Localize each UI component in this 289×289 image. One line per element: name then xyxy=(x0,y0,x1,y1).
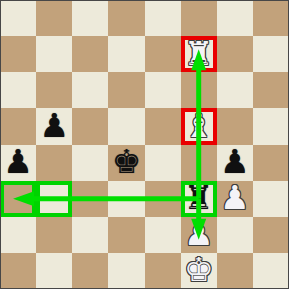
square-c1[interactable] xyxy=(72,253,108,289)
piece-white-rook-f7[interactable]: ♜ xyxy=(181,35,217,71)
square-g8[interactable] xyxy=(217,0,253,36)
square-h1[interactable] xyxy=(253,253,289,289)
square-b1[interactable] xyxy=(36,253,72,289)
piece-white-king-f1[interactable]: ♚ xyxy=(181,252,217,288)
piece-black-king-d4[interactable]: ♚ xyxy=(108,144,144,180)
square-e3[interactable] xyxy=(145,181,181,217)
square-h6[interactable] xyxy=(253,72,289,108)
square-b2[interactable] xyxy=(36,217,72,253)
chess-board: ♜♝♟♟♚♟♜♟♟♚ xyxy=(0,0,289,289)
square-h4[interactable] xyxy=(253,145,289,181)
square-g6[interactable] xyxy=(217,72,253,108)
square-g5[interactable] xyxy=(217,108,253,144)
square-c2[interactable] xyxy=(72,217,108,253)
square-h2[interactable] xyxy=(253,217,289,253)
square-e6[interactable] xyxy=(145,72,181,108)
square-f4[interactable] xyxy=(181,145,217,181)
square-b7[interactable] xyxy=(36,36,72,72)
square-d1[interactable] xyxy=(108,253,144,289)
square-e5[interactable] xyxy=(145,108,181,144)
square-b4[interactable] xyxy=(36,145,72,181)
square-a1[interactable] xyxy=(0,253,36,289)
square-a3[interactable] xyxy=(0,181,36,217)
square-c5[interactable] xyxy=(72,108,108,144)
square-d7[interactable] xyxy=(108,36,144,72)
square-e7[interactable] xyxy=(145,36,181,72)
square-d2[interactable] xyxy=(108,217,144,253)
square-e8[interactable] xyxy=(145,0,181,36)
square-b3[interactable] xyxy=(36,181,72,217)
piece-black-pawn-g4[interactable]: ♟ xyxy=(217,144,253,180)
square-b8[interactable] xyxy=(36,0,72,36)
square-d8[interactable] xyxy=(108,0,144,36)
square-g1[interactable] xyxy=(217,253,253,289)
square-a5[interactable] xyxy=(0,108,36,144)
square-h8[interactable] xyxy=(253,0,289,36)
square-g7[interactable] xyxy=(217,36,253,72)
square-d5[interactable] xyxy=(108,108,144,144)
square-a7[interactable] xyxy=(0,36,36,72)
square-c7[interactable] xyxy=(72,36,108,72)
piece-white-bishop-f5[interactable]: ♝ xyxy=(181,107,217,143)
square-c6[interactable] xyxy=(72,72,108,108)
piece-black-pawn-a4[interactable]: ♟ xyxy=(0,144,36,180)
square-e2[interactable] xyxy=(145,217,181,253)
square-h5[interactable] xyxy=(253,108,289,144)
square-a6[interactable] xyxy=(0,72,36,108)
square-g2[interactable] xyxy=(217,217,253,253)
square-h7[interactable] xyxy=(253,36,289,72)
square-d6[interactable] xyxy=(108,72,144,108)
square-c4[interactable] xyxy=(72,145,108,181)
square-b6[interactable] xyxy=(36,72,72,108)
square-c3[interactable] xyxy=(72,181,108,217)
piece-black-rook-f3[interactable]: ♜ xyxy=(181,180,217,216)
square-d3[interactable] xyxy=(108,181,144,217)
square-e1[interactable] xyxy=(145,253,181,289)
square-a2[interactable] xyxy=(0,217,36,253)
piece-black-pawn-b5[interactable]: ♟ xyxy=(36,107,72,143)
square-h3[interactable] xyxy=(253,181,289,217)
piece-white-pawn-g3[interactable]: ♟ xyxy=(217,180,253,216)
square-f8[interactable] xyxy=(181,0,217,36)
square-f6[interactable] xyxy=(181,72,217,108)
piece-white-pawn-f2[interactable]: ♟ xyxy=(181,216,217,252)
square-a8[interactable] xyxy=(0,0,36,36)
square-e4[interactable] xyxy=(145,145,181,181)
square-c8[interactable] xyxy=(72,0,108,36)
